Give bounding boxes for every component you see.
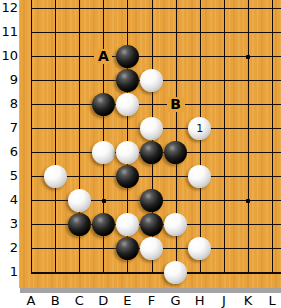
star-point-K10 [246,55,250,59]
go-diagram-page: 1AB 121110987654321 ABCDEFGHJKL [0,0,281,308]
stone-black-C3[interactable] [68,213,91,236]
stone-white-G3[interactable] [164,213,187,236]
grid-line-row-12 [31,8,281,9]
star-point-K4 [246,199,250,203]
stone-white-F9[interactable] [140,69,163,92]
stone-black-D8[interactable] [92,93,115,116]
grid-line-col-L [272,0,273,273]
row-label-3: 3 [0,216,18,232]
col-label-D: D [93,294,113,308]
grid-line-row-5 [31,176,281,177]
point-label-A: A [94,49,112,64]
col-label-E: E [117,294,137,308]
grid-line-row-10 [31,56,281,57]
row-label-7: 7 [0,120,18,136]
stone-black-E9[interactable] [116,69,139,92]
stone-white-E3[interactable] [116,213,139,236]
stone-black-E5[interactable] [116,165,139,188]
col-label-J: J [214,294,234,308]
stone-white-F2[interactable] [140,237,163,260]
stone-black-E2[interactable] [116,237,139,260]
stone-black-F4[interactable] [140,189,163,212]
row-label-6: 6 [0,144,18,160]
stone-white-H5[interactable] [188,165,211,188]
grid-line-col-A [31,0,32,273]
col-label-A: A [21,294,41,308]
grid-line-row-11 [31,32,281,33]
go-board[interactable]: 1AB [19,0,281,288]
col-label-C: C [69,294,89,308]
grid-line-col-K [248,0,249,273]
stone-white-E8[interactable] [116,93,139,116]
col-label-K: K [238,294,258,308]
row-label-8: 8 [0,96,18,112]
star-point-D4 [102,199,106,203]
row-label-12: 12 [0,0,18,16]
row-label-5: 5 [0,168,18,184]
stone-black-F3[interactable] [140,213,163,236]
col-label-F: F [142,294,162,308]
stone-white-B5[interactable] [44,165,67,188]
grid-line-col-J [224,0,225,273]
col-label-L: L [262,294,281,308]
stone-white-C4[interactable] [68,189,91,212]
row-label-1: 1 [0,264,18,280]
grid-line-col-B [55,0,56,273]
col-label-G: G [166,294,186,308]
point-label-B: B [167,97,185,112]
stone-black-E10[interactable] [116,45,139,68]
stone-white-E6[interactable] [116,141,139,164]
row-label-10: 10 [0,48,18,64]
stone-black-D3[interactable] [92,213,115,236]
grid-line-row-8 [31,104,281,105]
stone-white-H7[interactable]: 1 [188,117,211,140]
stone-white-D6[interactable] [92,141,115,164]
stone-white-H2[interactable] [188,237,211,260]
row-label-9: 9 [0,72,18,88]
row-label-4: 4 [0,192,18,208]
col-label-H: H [190,294,210,308]
grid-line-row-1 [31,272,281,274]
stone-black-G6[interactable] [164,141,187,164]
row-label-11: 11 [0,24,18,40]
col-label-B: B [45,294,65,308]
move-number-label: 1 [188,117,211,140]
stone-black-F6[interactable] [140,141,163,164]
stone-white-F7[interactable] [140,117,163,140]
row-label-2: 2 [0,240,18,256]
stone-white-G1[interactable] [164,261,187,284]
